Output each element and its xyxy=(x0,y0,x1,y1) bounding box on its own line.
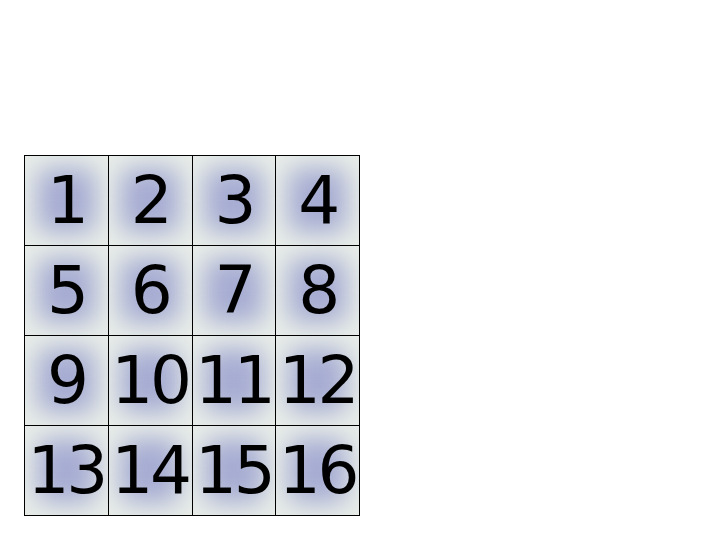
tile[interactable]: 9 xyxy=(25,336,108,425)
tile[interactable]: 5 xyxy=(25,246,108,335)
tile-number: 5 xyxy=(47,258,86,324)
tile[interactable]: 6 xyxy=(109,246,192,335)
tile-number: 11 xyxy=(195,348,273,414)
tile[interactable]: 10 xyxy=(109,336,192,425)
tile-number: 2 xyxy=(131,168,170,234)
tile-number: 3 xyxy=(214,168,253,234)
tile-number: 4 xyxy=(298,168,337,234)
tile[interactable]: 13 xyxy=(25,426,108,515)
tile-number: 8 xyxy=(298,258,337,324)
tile-number: 16 xyxy=(279,438,357,504)
tile[interactable]: 3 xyxy=(193,156,276,245)
tile[interactable]: 11 xyxy=(193,336,276,425)
tile-number: 12 xyxy=(279,348,357,414)
tile[interactable]: 2 xyxy=(109,156,192,245)
tile-number: 10 xyxy=(111,348,189,414)
number-board: 1 2 3 4 5 6 7 8 9 10 11 12 13 14 15 16 xyxy=(24,155,360,516)
tile-number: 13 xyxy=(27,438,105,504)
tile[interactable]: 1 xyxy=(25,156,108,245)
tile[interactable]: 12 xyxy=(276,336,359,425)
tile[interactable]: 7 xyxy=(193,246,276,335)
tile-number: 6 xyxy=(131,258,170,324)
tile-number: 9 xyxy=(47,348,86,414)
tile-number: 7 xyxy=(214,258,253,324)
tile[interactable]: 4 xyxy=(276,156,359,245)
tile[interactable]: 14 xyxy=(109,426,192,515)
tile-number: 14 xyxy=(111,438,189,504)
tile[interactable]: 16 xyxy=(276,426,359,515)
tile-number: 1 xyxy=(47,168,86,234)
tile-number: 15 xyxy=(195,438,273,504)
tile[interactable]: 8 xyxy=(276,246,359,335)
tile[interactable]: 15 xyxy=(193,426,276,515)
